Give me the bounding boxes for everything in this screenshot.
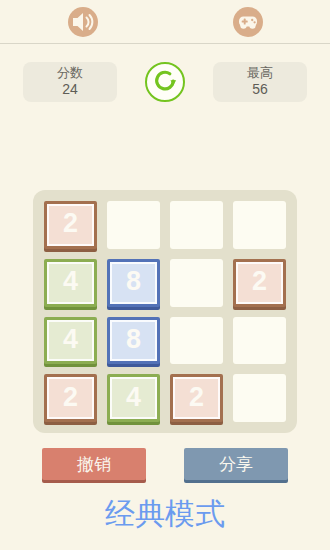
empty-cell: [233, 374, 286, 422]
tile-2: 2: [170, 374, 223, 422]
empty-cell: [233, 201, 286, 249]
sound-button[interactable]: [68, 7, 98, 37]
undo-button[interactable]: 撤销: [42, 448, 146, 480]
empty-cell: [233, 317, 286, 365]
board-grid[interactable]: 248248242: [33, 190, 297, 433]
tile-2: 2: [44, 374, 97, 422]
top-bar: [0, 0, 330, 44]
mode-title: 经典模式: [0, 494, 330, 535]
empty-cell: [170, 259, 223, 307]
score-label: 分数: [57, 65, 83, 81]
speaker-icon: [68, 23, 98, 40]
empty-cell: [170, 317, 223, 365]
tile-4: 4: [44, 317, 97, 365]
tile-2: 2: [233, 259, 286, 307]
best-value: 56: [252, 81, 268, 99]
tile-8: 8: [107, 317, 160, 365]
score-box: 分数 24: [23, 62, 117, 102]
refresh-icon: [150, 66, 180, 99]
tile-4: 4: [107, 374, 160, 422]
share-button[interactable]: 分享: [184, 448, 288, 480]
tile-2: 2: [44, 201, 97, 249]
restart-button[interactable]: [145, 62, 185, 102]
gamepad-icon: [233, 23, 263, 40]
best-box: 最高 56: [213, 62, 307, 102]
empty-cell: [107, 201, 160, 249]
gamepad-button[interactable]: [233, 7, 263, 37]
tile-4: 4: [44, 259, 97, 307]
score-value: 24: [62, 81, 78, 99]
empty-cell: [170, 201, 223, 249]
best-label: 最高: [247, 65, 273, 81]
tile-8: 8: [107, 259, 160, 307]
